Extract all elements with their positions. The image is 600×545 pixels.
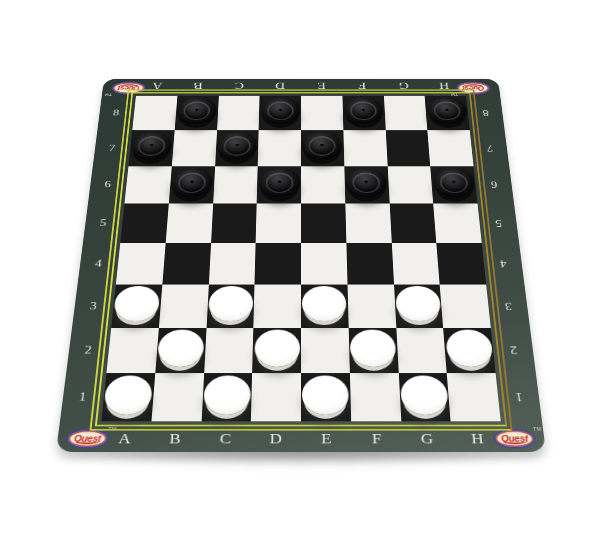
- coordinate-label: 8: [473, 96, 500, 130]
- square-f5[interactable]: [345, 204, 391, 243]
- square-b2[interactable]: [155, 328, 206, 374]
- coordinate-label: 7: [98, 130, 126, 166]
- square-h5[interactable]: [433, 204, 481, 243]
- square-c6[interactable]: [213, 166, 258, 204]
- black-man-h6[interactable]: [432, 168, 476, 199]
- black-man-b8[interactable]: [176, 97, 217, 125]
- coordinate-label: 2: [72, 328, 104, 374]
- coordinate-label: E: [301, 427, 352, 451]
- coordinate-label: 2: [498, 328, 530, 374]
- coordinate-label: C: [200, 427, 251, 451]
- square-g1[interactable]: [398, 373, 450, 421]
- square-a5[interactable]: [120, 204, 168, 243]
- coordinate-label: 1: [503, 373, 536, 421]
- coordinate-label: 1: [66, 373, 99, 421]
- square-f7[interactable]: [343, 130, 387, 166]
- square-h4[interactable]: [437, 243, 487, 284]
- coordinate-label: 7: [476, 130, 504, 166]
- square-h6[interactable]: [430, 166, 477, 204]
- coordinate-label: E: [301, 79, 342, 93]
- black-man-h8[interactable]: [426, 97, 468, 125]
- coordinate-label: G: [401, 427, 453, 451]
- white-man-f2[interactable]: [350, 330, 397, 367]
- square-f2[interactable]: [348, 328, 398, 374]
- square-e6[interactable]: [301, 166, 345, 204]
- square-b6[interactable]: [169, 166, 215, 204]
- square-c1[interactable]: [201, 373, 252, 421]
- square-h1[interactable]: [447, 373, 501, 421]
- black-man-c7[interactable]: [216, 132, 257, 161]
- square-g5[interactable]: [389, 204, 436, 243]
- square-d3[interactable]: [254, 284, 301, 327]
- coordinate-label: F: [342, 79, 384, 93]
- white-man-a3[interactable]: [113, 286, 161, 321]
- black-man-e7[interactable]: [302, 132, 343, 161]
- coordinate-label: 5: [484, 204, 513, 243]
- square-e3[interactable]: [301, 284, 348, 327]
- square-e4[interactable]: [301, 243, 347, 284]
- white-man-e1[interactable]: [302, 375, 349, 414]
- coordinate-label: A: [136, 79, 178, 93]
- square-b7[interactable]: [172, 130, 217, 166]
- square-e7[interactable]: [301, 130, 344, 166]
- coordinate-label: B: [177, 79, 219, 93]
- checkers-mat: Quest TM Quest TM Quest TM Quest TM ABCD…: [56, 79, 546, 452]
- square-a6[interactable]: [124, 166, 171, 204]
- coordinate-label: G: [383, 79, 425, 93]
- black-man-d6[interactable]: [258, 168, 300, 199]
- coordinate-label: 3: [78, 284, 109, 327]
- square-b5[interactable]: [165, 204, 212, 243]
- white-man-e3[interactable]: [302, 286, 347, 321]
- square-a7[interactable]: [128, 130, 174, 166]
- square-d7[interactable]: [258, 130, 301, 166]
- black-man-d8[interactable]: [260, 97, 300, 125]
- playing-area-border: [95, 92, 507, 426]
- white-man-g3[interactable]: [395, 286, 442, 321]
- coordinate-label: 5: [88, 204, 117, 243]
- square-c8[interactable]: [217, 96, 260, 130]
- coordinate-label: F: [351, 427, 402, 451]
- white-man-d2[interactable]: [254, 330, 300, 367]
- black-man-f8[interactable]: [343, 97, 384, 125]
- square-e8[interactable]: [301, 96, 343, 130]
- square-e2[interactable]: [301, 328, 350, 374]
- square-a8[interactable]: [132, 96, 177, 130]
- square-b1[interactable]: [151, 373, 203, 421]
- square-c7[interactable]: [215, 130, 259, 166]
- white-man-h2[interactable]: [445, 330, 494, 367]
- trademark-symbol: TM: [533, 426, 541, 431]
- coordinate-label: D: [250, 427, 301, 451]
- white-man-b2[interactable]: [157, 330, 205, 367]
- black-man-f6[interactable]: [345, 168, 387, 199]
- square-e5[interactable]: [301, 204, 346, 243]
- square-g4[interactable]: [391, 243, 439, 284]
- square-b8[interactable]: [174, 96, 218, 130]
- coordinate-label: A: [98, 427, 151, 451]
- square-b4[interactable]: [162, 243, 210, 284]
- square-f3[interactable]: [347, 284, 396, 327]
- square-h2[interactable]: [443, 328, 495, 374]
- square-d6[interactable]: [257, 166, 301, 204]
- square-h3[interactable]: [440, 284, 491, 327]
- coordinate-label: 6: [93, 166, 122, 204]
- square-a3[interactable]: [111, 284, 162, 327]
- checkerboard: [101, 96, 500, 422]
- coordinate-label: H: [451, 427, 504, 451]
- white-man-c3[interactable]: [208, 286, 254, 321]
- square-f1[interactable]: [350, 373, 401, 421]
- coordinate-label: 8: [102, 96, 129, 130]
- black-man-a7[interactable]: [130, 132, 173, 161]
- square-f4[interactable]: [346, 243, 393, 284]
- coordinate-label: 3: [493, 284, 524, 327]
- coordinate-label: 4: [83, 243, 113, 284]
- coordinate-label: C: [219, 79, 261, 93]
- square-g7[interactable]: [385, 130, 430, 166]
- square-a2[interactable]: [106, 328, 158, 374]
- square-f8[interactable]: [342, 96, 385, 130]
- white-man-c1[interactable]: [203, 375, 251, 414]
- square-d1[interactable]: [251, 373, 301, 421]
- square-c4[interactable]: [208, 243, 255, 284]
- square-g6[interactable]: [387, 166, 433, 204]
- coordinate-label: 4: [489, 243, 519, 284]
- square-d5[interactable]: [256, 204, 301, 243]
- square-b3[interactable]: [159, 284, 209, 327]
- square-h8[interactable]: [425, 96, 470, 130]
- white-man-g1[interactable]: [400, 375, 449, 414]
- square-g2[interactable]: [396, 328, 447, 374]
- square-f6[interactable]: [344, 166, 389, 204]
- square-c3[interactable]: [206, 284, 255, 327]
- square-d2[interactable]: [252, 328, 301, 374]
- coordinate-label: 6: [480, 166, 509, 204]
- square-c5[interactable]: [211, 204, 257, 243]
- coordinate-label: B: [149, 427, 201, 451]
- square-g3[interactable]: [394, 284, 444, 327]
- square-a4[interactable]: [116, 243, 166, 284]
- coordinate-label: D: [260, 79, 301, 93]
- square-d4[interactable]: [255, 243, 301, 284]
- square-c2[interactable]: [204, 328, 254, 374]
- black-man-b6[interactable]: [170, 168, 213, 199]
- white-man-a1[interactable]: [103, 375, 153, 414]
- square-e1[interactable]: [301, 373, 351, 421]
- file-labels-top: ABCDEFGH: [136, 79, 465, 93]
- square-a1[interactable]: [101, 373, 155, 421]
- quest-logo-text: Quest: [501, 434, 529, 443]
- file-labels-bottom: ABCDEFGH: [98, 427, 504, 451]
- coordinate-label: H: [423, 79, 465, 93]
- square-g8[interactable]: [384, 96, 428, 130]
- square-h7[interactable]: [428, 130, 474, 166]
- square-d8[interactable]: [259, 96, 301, 130]
- quest-logo-text: Quest: [74, 434, 102, 443]
